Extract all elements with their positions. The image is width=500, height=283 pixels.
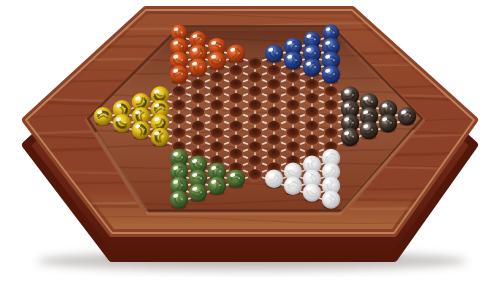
hole-9-2[interactable] [268, 79, 280, 89]
hole-10-2[interactable] [287, 72, 299, 82]
hole-6-2[interactable] [211, 72, 223, 82]
hole-12-6[interactable] [325, 114, 337, 124]
marble-orange-6-1[interactable] [208, 51, 226, 70]
hole-9-7[interactable] [268, 149, 280, 159]
hole-9-1[interactable] [268, 65, 280, 75]
hole-12-4[interactable] [325, 86, 337, 96]
marble-green-5-11[interactable] [189, 183, 207, 202]
hole-9-6[interactable] [268, 135, 280, 145]
hole-7-5[interactable] [230, 121, 242, 131]
product-photo [0, 0, 500, 283]
hole-10-7[interactable] [287, 142, 299, 152]
marble-clear-10-10[interactable] [284, 177, 302, 196]
hole-8-8[interactable] [249, 170, 261, 180]
marble-yellow-2-2[interactable] [132, 121, 150, 140]
hole-8-2[interactable] [249, 86, 261, 96]
marble-green-7-9[interactable] [227, 170, 245, 189]
marble-black-14-2[interactable] [360, 121, 378, 140]
hole-11-5[interactable] [306, 107, 318, 117]
hole-7-1[interactable] [230, 65, 242, 75]
marble-yellow-3-3[interactable] [151, 128, 169, 147]
marble-green-6-10[interactable] [208, 177, 226, 196]
hole-8-0[interactable] [249, 58, 261, 68]
marble-clear-11-11[interactable] [303, 183, 321, 202]
hole-6-7[interactable] [211, 142, 223, 152]
marble-blue-9-0[interactable] [265, 44, 283, 63]
hole-10-4[interactable] [287, 100, 299, 110]
hole-10-6[interactable] [287, 128, 299, 138]
hole-8-1[interactable] [249, 72, 261, 82]
hole-7-7[interactable] [230, 149, 242, 159]
hole-12-5[interactable] [325, 100, 337, 110]
hole-5-6[interactable] [192, 121, 204, 131]
marble-black-15-1[interactable] [379, 114, 397, 133]
marble-black-16-0[interactable] [398, 107, 416, 126]
hole-9-3[interactable] [268, 93, 280, 103]
hole-4-7[interactable] [173, 128, 185, 138]
hole-4-5[interactable] [173, 100, 185, 110]
marble-orange-4-3[interactable] [170, 65, 188, 84]
hole-11-6[interactable] [306, 121, 318, 131]
hole-6-6[interactable] [211, 128, 223, 138]
marble-black-13-3[interactable] [341, 128, 359, 147]
hole-6-5[interactable] [211, 114, 223, 124]
hole-7-3[interactable] [230, 93, 242, 103]
marble-yellow-1-1[interactable] [113, 114, 131, 133]
hole-11-3[interactable] [306, 79, 318, 89]
hole-7-2[interactable] [230, 79, 242, 89]
hole-9-4[interactable] [268, 107, 280, 117]
hole-10-5[interactable] [287, 114, 299, 124]
hole-10-3[interactable] [287, 86, 299, 96]
hole-5-3[interactable] [192, 79, 204, 89]
hole-5-5[interactable] [192, 107, 204, 117]
hole-6-3[interactable] [211, 86, 223, 96]
hole-6-4[interactable] [211, 100, 223, 110]
hole-5-4[interactable] [192, 93, 204, 103]
hole-11-4[interactable] [306, 93, 318, 103]
hole-4-4[interactable] [173, 86, 185, 96]
hole-7-4[interactable] [230, 107, 242, 117]
hole-11-7[interactable] [306, 135, 318, 145]
hole-8-4[interactable] [249, 114, 261, 124]
chinese-checkers-board [0, 0, 500, 283]
marble-blue-12-3[interactable] [322, 65, 340, 84]
hole-8-7[interactable] [249, 156, 261, 166]
hole-4-6[interactable] [173, 114, 185, 124]
hole-8-3[interactable] [249, 100, 261, 110]
marble-blue-11-2[interactable] [303, 58, 321, 77]
marble-orange-5-2[interactable] [189, 58, 207, 77]
hole-12-7[interactable] [325, 128, 337, 138]
hole-8-6[interactable] [249, 142, 261, 152]
marble-clear-12-12[interactable] [322, 190, 340, 209]
marble-clear-9-9[interactable] [265, 170, 283, 189]
hole-7-6[interactable] [230, 135, 242, 145]
marble-yellow-0-0[interactable] [94, 107, 112, 126]
hole-9-5[interactable] [268, 121, 280, 131]
marble-blue-10-1[interactable] [284, 51, 302, 70]
hole-5-7[interactable] [192, 135, 204, 145]
hole-8-5[interactable] [249, 128, 261, 138]
marble-orange-7-0[interactable] [227, 44, 245, 63]
marble-green-4-12[interactable] [170, 190, 188, 209]
